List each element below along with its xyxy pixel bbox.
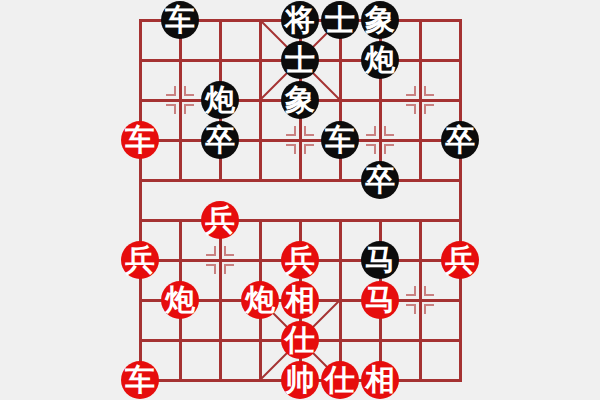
piece-red-advisor[interactable]: 仕 (321, 361, 359, 399)
piece-red-elephant[interactable]: 相 (361, 361, 399, 399)
piece-black-soldier[interactable]: 卒 (441, 121, 479, 159)
piece-black-general[interactable]: 将 (281, 1, 319, 39)
piece-black-elephant[interactable]: 象 (281, 81, 319, 119)
piece-red-soldier[interactable]: 兵 (201, 201, 239, 239)
piece-red-chariot[interactable]: 车 (121, 361, 159, 399)
piece-black-horse[interactable]: 马 (361, 241, 399, 279)
piece-black-cannon[interactable]: 炮 (361, 41, 399, 79)
piece-black-soldier[interactable]: 卒 (201, 121, 239, 159)
piece-red-soldier[interactable]: 兵 (121, 241, 159, 279)
piece-red-horse[interactable]: 马 (361, 281, 399, 319)
piece-red-chariot[interactable]: 车 (121, 121, 159, 159)
piece-red-elephant[interactable]: 相 (281, 281, 319, 319)
piece-black-elephant[interactable]: 象 (361, 1, 399, 39)
piece-red-soldier[interactable]: 兵 (441, 241, 479, 279)
piece-black-cannon[interactable]: 炮 (201, 81, 239, 119)
piece-red-cannon[interactable]: 炮 (241, 281, 279, 319)
piece-red-general[interactable]: 帅 (281, 361, 319, 399)
screenshot-stage: 车将士象士炮炮象车卒车卒卒兵兵兵马兵炮炮相马仕车帅仕相 (0, 0, 600, 400)
piece-black-advisor[interactable]: 士 (321, 1, 359, 39)
piece-black-chariot[interactable]: 车 (161, 1, 199, 39)
piece-red-cannon[interactable]: 炮 (161, 281, 199, 319)
piece-black-soldier[interactable]: 卒 (361, 161, 399, 199)
piece-red-advisor[interactable]: 仕 (281, 321, 319, 359)
piece-black-advisor[interactable]: 士 (281, 41, 319, 79)
xiangqi-board[interactable]: 车将士象士炮炮象车卒车卒卒兵兵兵马兵炮炮相马仕车帅仕相 (140, 20, 460, 380)
piece-red-soldier[interactable]: 兵 (281, 241, 319, 279)
piece-black-chariot[interactable]: 车 (321, 121, 359, 159)
